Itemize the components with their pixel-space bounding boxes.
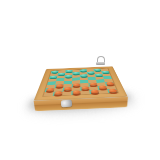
board-tilt-wrapper: [0, 0, 160, 160]
board-cell: [62, 91, 71, 95]
hinge-ring-base: [96, 62, 105, 65]
checkers-board: [34, 66, 128, 101]
checker-piece-orange: [90, 89, 99, 93]
checker-piece-orange: [63, 87, 71, 91]
board-grid: [44, 68, 118, 96]
checker-piece-orange: [105, 82, 113, 85]
board-cell: [71, 91, 80, 95]
board-top-surface: [34, 66, 128, 101]
checker-piece-orange: [72, 90, 80, 94]
checkers-set-photo: [0, 0, 160, 160]
latch-clasp-icon: [61, 100, 72, 107]
checker-piece-orange: [108, 89, 117, 93]
checker-piece-orange: [89, 82, 97, 85]
checker-piece-orange: [72, 83, 79, 86]
checker-piece-orange: [54, 91, 63, 95]
checker-piece-orange: [55, 84, 63, 87]
board-cell: [107, 89, 118, 93]
checker-piece-orange: [81, 86, 89, 89]
perspective-stage: [39, 39, 120, 121]
